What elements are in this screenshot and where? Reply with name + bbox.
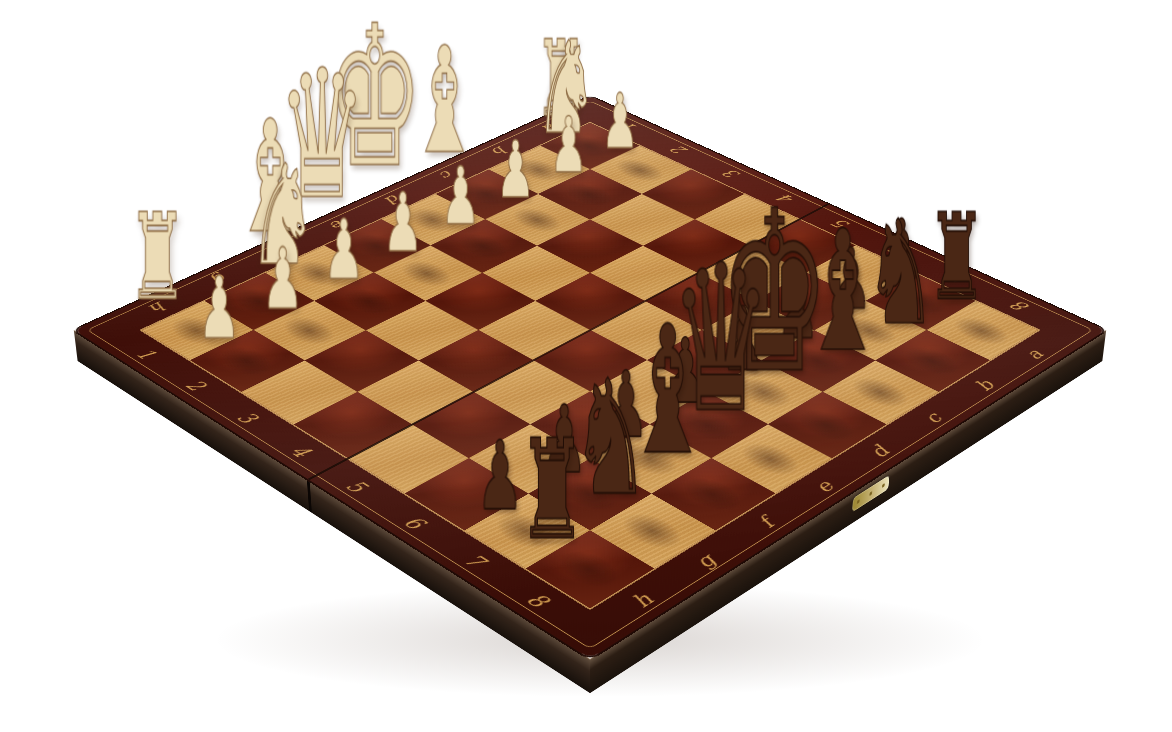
white-pawn-g2: ♟ [262,237,304,321]
square-h8: ♜ [526,530,655,608]
square-c8: ♝ [823,360,939,424]
white-pawn-d2: ♟ [440,156,480,236]
square-d8: ♚ [768,392,887,459]
white-pawn-e2: ♟ [383,182,423,263]
fold-gap [307,479,312,513]
white-pawn-h2: ♟ [197,266,240,352]
chess-set-photo: abcdefgh 12345678 12345678 abcdefgh ♜♟♟♜… [0,0,1172,732]
brass-clasp-icon [852,475,889,513]
board-grid: ♜♟♟♜♞♟♟♞♝♟♟♝♚♟♟♚♛♟♟♛♝♟♟♝♞♟♟♞♜♟♟♜ [142,123,1039,609]
black-pawn-h7: ♟ [476,428,523,523]
white-pawn-c2: ♟ [496,131,535,210]
white-pawn-b2: ♟ [549,107,587,184]
white-pawn-f2: ♟ [323,209,364,292]
square-a8: ♜ [926,301,1038,360]
black-rook-a8: ♜ [928,198,987,317]
white-pawn-a2: ♟ [601,83,639,159]
black-rook-h8: ♜ [518,422,586,559]
white-rook-h1: ♜ [127,198,186,317]
